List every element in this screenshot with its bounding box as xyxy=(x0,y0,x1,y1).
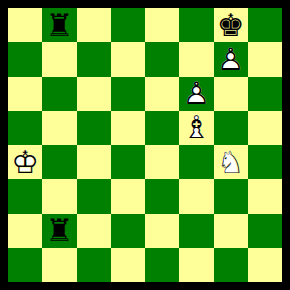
square-e3[interactable] xyxy=(145,179,179,213)
piece-white-pawn[interactable]: ♟♙ xyxy=(214,42,248,76)
square-c1[interactable] xyxy=(77,248,111,282)
square-c5[interactable] xyxy=(77,111,111,145)
square-h3[interactable] xyxy=(248,179,282,213)
square-d1[interactable] xyxy=(111,248,145,282)
square-d7[interactable] xyxy=(111,42,145,76)
square-h7[interactable] xyxy=(248,42,282,76)
square-f4[interactable] xyxy=(179,145,213,179)
square-g4[interactable]: ♞♘ xyxy=(214,145,248,179)
square-h2[interactable] xyxy=(248,214,282,248)
square-g2[interactable] xyxy=(214,214,248,248)
square-e7[interactable] xyxy=(145,42,179,76)
white-pawn-fill-glyph: ♟ xyxy=(179,77,213,111)
square-e1[interactable] xyxy=(145,248,179,282)
black-king-glyph: ♚ xyxy=(214,8,248,42)
square-c2[interactable] xyxy=(77,214,111,248)
square-g3[interactable] xyxy=(214,179,248,213)
square-c8[interactable] xyxy=(77,8,111,42)
chessboard: ♜♚♟♙♟♙♝♗♚♔♞♘♜ xyxy=(8,8,282,282)
square-b2[interactable]: ♜ xyxy=(42,214,76,248)
square-h6[interactable] xyxy=(248,77,282,111)
square-b8[interactable]: ♜ xyxy=(42,8,76,42)
square-f2[interactable] xyxy=(179,214,213,248)
square-b5[interactable] xyxy=(42,111,76,145)
piece-white-pawn[interactable]: ♟♙ xyxy=(179,77,213,111)
square-e2[interactable] xyxy=(145,214,179,248)
piece-black-rook[interactable]: ♜ xyxy=(42,8,76,42)
white-knight-fill-glyph: ♞ xyxy=(214,145,248,179)
square-a2[interactable] xyxy=(8,214,42,248)
piece-black-king[interactable]: ♚ xyxy=(214,8,248,42)
square-a3[interactable] xyxy=(8,179,42,213)
white-pawn-outline-glyph: ♙ xyxy=(179,77,213,111)
square-g5[interactable] xyxy=(214,111,248,145)
piece-white-king[interactable]: ♚♔ xyxy=(8,145,42,179)
square-f7[interactable] xyxy=(179,42,213,76)
square-h1[interactable] xyxy=(248,248,282,282)
square-b3[interactable] xyxy=(42,179,76,213)
black-rook-glyph: ♜ xyxy=(42,214,76,248)
square-e6[interactable] xyxy=(145,77,179,111)
white-knight-outline-glyph: ♘ xyxy=(214,145,248,179)
square-a4[interactable]: ♚♔ xyxy=(8,145,42,179)
black-rook-glyph: ♜ xyxy=(42,8,76,42)
square-e8[interactable] xyxy=(145,8,179,42)
square-a7[interactable] xyxy=(8,42,42,76)
square-f3[interactable] xyxy=(179,179,213,213)
square-f6[interactable]: ♟♙ xyxy=(179,77,213,111)
board-frame: ♜♚♟♙♟♙♝♗♚♔♞♘♜ xyxy=(0,0,290,290)
square-d6[interactable] xyxy=(111,77,145,111)
piece-white-bishop[interactable]: ♝♗ xyxy=(179,111,213,145)
square-h4[interactable] xyxy=(248,145,282,179)
square-b6[interactable] xyxy=(42,77,76,111)
square-f1[interactable] xyxy=(179,248,213,282)
square-b7[interactable] xyxy=(42,42,76,76)
square-d4[interactable] xyxy=(111,145,145,179)
square-c6[interactable] xyxy=(77,77,111,111)
square-a5[interactable] xyxy=(8,111,42,145)
piece-black-rook[interactable]: ♜ xyxy=(42,214,76,248)
white-pawn-outline-glyph: ♙ xyxy=(214,42,248,76)
square-f5[interactable]: ♝♗ xyxy=(179,111,213,145)
square-c4[interactable] xyxy=(77,145,111,179)
square-d2[interactable] xyxy=(111,214,145,248)
square-g8[interactable]: ♚ xyxy=(214,8,248,42)
square-d5[interactable] xyxy=(111,111,145,145)
square-b1[interactable] xyxy=(42,248,76,282)
square-h8[interactable] xyxy=(248,8,282,42)
white-bishop-fill-glyph: ♝ xyxy=(179,111,213,145)
piece-white-knight[interactable]: ♞♘ xyxy=(214,145,248,179)
white-king-outline-glyph: ♔ xyxy=(8,145,42,179)
square-c3[interactable] xyxy=(77,179,111,213)
square-g7[interactable]: ♟♙ xyxy=(214,42,248,76)
square-f8[interactable] xyxy=(179,8,213,42)
square-e4[interactable] xyxy=(145,145,179,179)
square-g6[interactable] xyxy=(214,77,248,111)
square-b4[interactable] xyxy=(42,145,76,179)
square-e5[interactable] xyxy=(145,111,179,145)
white-king-fill-glyph: ♚ xyxy=(8,145,42,179)
square-h5[interactable] xyxy=(248,111,282,145)
square-c7[interactable] xyxy=(77,42,111,76)
square-d8[interactable] xyxy=(111,8,145,42)
square-a8[interactable] xyxy=(8,8,42,42)
square-d3[interactable] xyxy=(111,179,145,213)
white-bishop-outline-glyph: ♗ xyxy=(179,111,213,145)
white-pawn-fill-glyph: ♟ xyxy=(214,42,248,76)
square-a6[interactable] xyxy=(8,77,42,111)
square-g1[interactable] xyxy=(214,248,248,282)
square-a1[interactable] xyxy=(8,248,42,282)
